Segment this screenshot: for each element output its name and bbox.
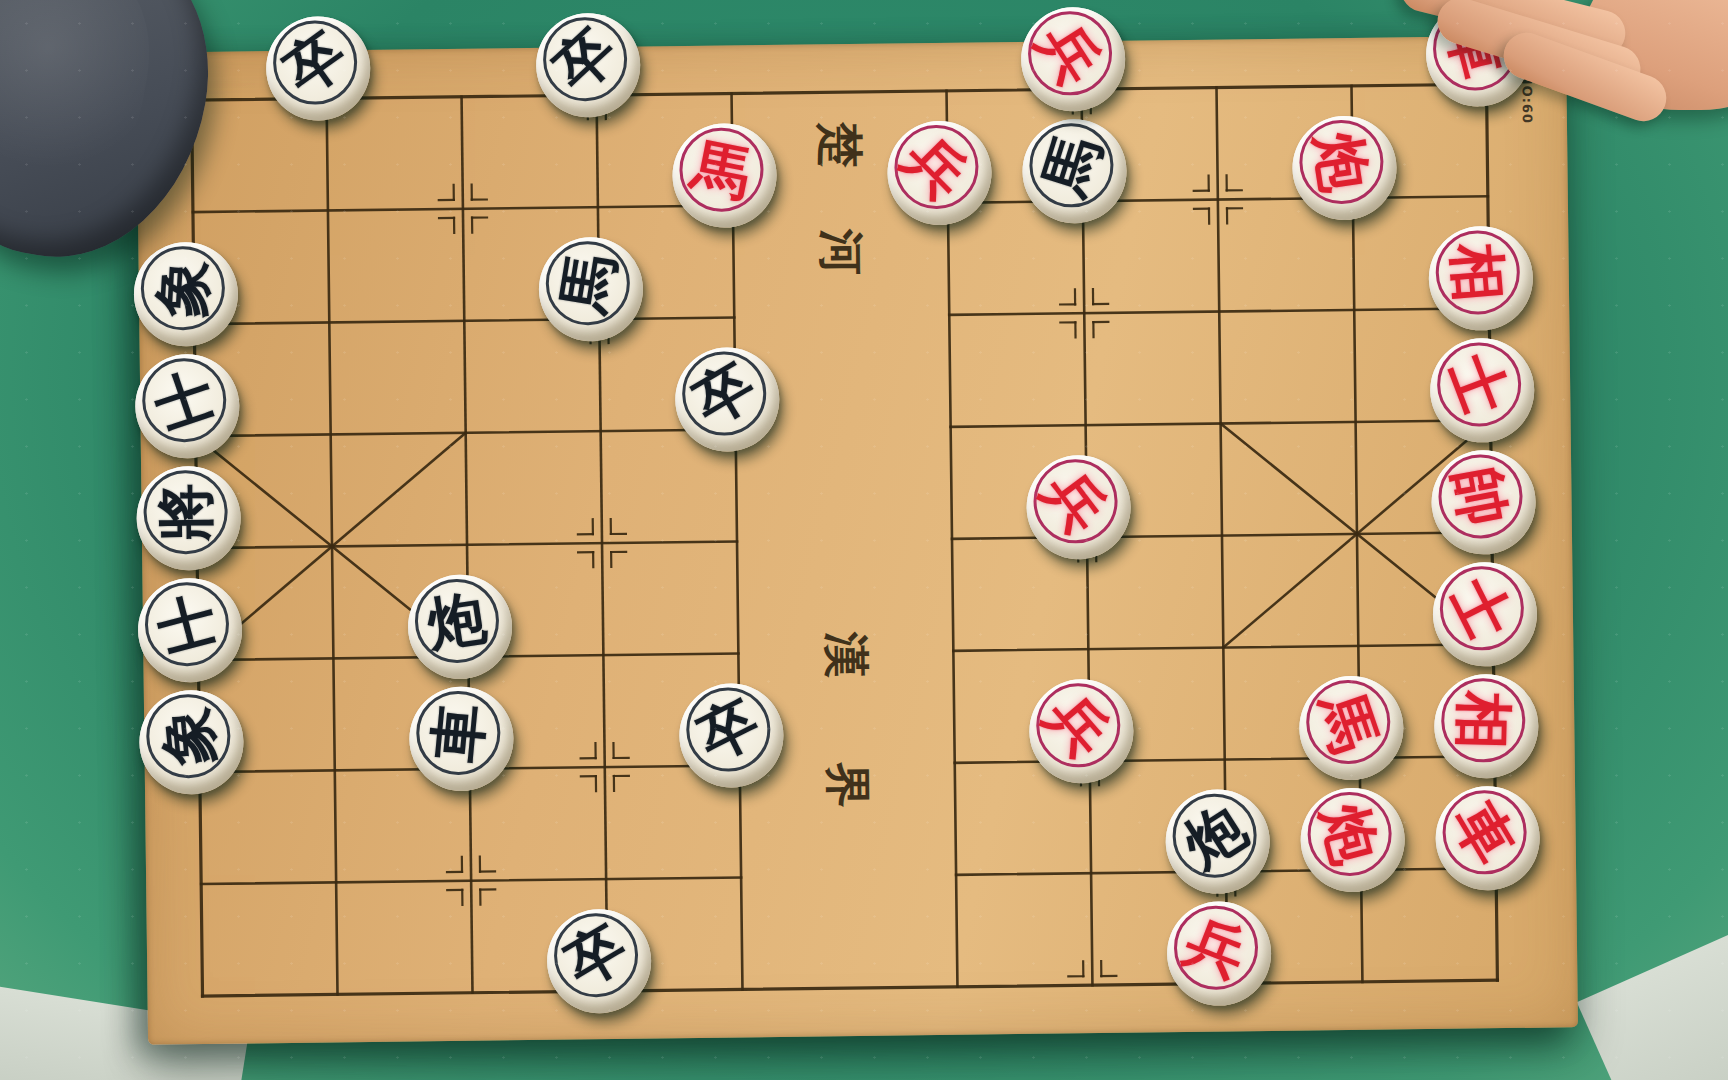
piece-face: 士 xyxy=(142,358,227,443)
piece-character: 車 xyxy=(427,701,490,764)
piece-character: 卒 xyxy=(275,22,356,103)
piece-character: 炮 xyxy=(1175,796,1255,876)
piece-character: 相 xyxy=(1446,241,1509,304)
piece-character: 卒 xyxy=(544,18,626,100)
river-character: 漢 xyxy=(823,625,870,686)
piece-character: 馬 xyxy=(1035,129,1108,202)
piece-face: 車 xyxy=(416,690,501,775)
piece-face: 兵 xyxy=(894,124,979,209)
table-edge-bottom-right xyxy=(1577,913,1728,1080)
piece-character: 士 xyxy=(1443,569,1521,647)
piece-face: 馬 xyxy=(545,241,630,326)
river-character: 楚 xyxy=(816,115,863,176)
piece-face: 卒 xyxy=(543,17,628,102)
piece-character: 將 xyxy=(156,483,215,542)
table-scene: NO:60 楚河漢界卒卒馬象馬士將士卒炮象車卒炮卒兵車炮馬兵相士帥士兵兵馬相炮車… xyxy=(0,0,1728,1080)
piece-face: 馬 xyxy=(1029,123,1114,208)
piece-face: 兵 xyxy=(1033,459,1118,544)
piece-face: 車 xyxy=(1442,790,1527,875)
player-hand-top-right xyxy=(1380,0,1728,150)
piece-face: 將 xyxy=(143,470,228,555)
piece-character: 卒 xyxy=(689,691,767,769)
piece-character: 士 xyxy=(1442,347,1517,422)
piece-character: 卒 xyxy=(684,354,763,433)
piece-character: 馬 xyxy=(1311,685,1385,759)
piece-character: 炮 xyxy=(424,588,490,654)
piece-face: 炮 xyxy=(1307,791,1392,876)
piece-face: 卒 xyxy=(682,351,767,436)
piece-character: 馬 xyxy=(555,250,622,317)
piece-character: 帥 xyxy=(1447,462,1515,530)
piece-face: 士 xyxy=(144,582,229,667)
piece-face: 炮 xyxy=(1172,793,1257,878)
piece-face: 士 xyxy=(1439,566,1524,651)
piece-character: 相 xyxy=(1454,691,1513,750)
piece-character: 兵 xyxy=(1037,684,1119,766)
piece-character: 士 xyxy=(152,589,223,660)
piece-character: 兵 xyxy=(1030,13,1110,93)
piece-face: 兵 xyxy=(1028,11,1113,96)
piece-character: 卒 xyxy=(556,915,635,994)
piece-face: 帥 xyxy=(1438,454,1523,539)
piece-character: 炮 xyxy=(1314,799,1385,870)
piece-face: 炮 xyxy=(414,578,499,663)
piece-face: 卒 xyxy=(273,20,358,105)
piece-face: 兵 xyxy=(1036,683,1121,768)
piece-character: 兵 xyxy=(895,126,977,208)
piece-face: 卒 xyxy=(554,913,639,998)
piece-character: 象 xyxy=(152,258,213,319)
piece-face: 象 xyxy=(146,694,231,779)
river-character: 界 xyxy=(824,755,871,816)
piece-character: 炮 xyxy=(1308,129,1374,195)
piece-character: 象 xyxy=(157,704,220,767)
river-character: 河 xyxy=(818,222,865,283)
piece-face: 兵 xyxy=(1173,905,1258,990)
piece-face: 士 xyxy=(1437,342,1522,427)
piece-face: 炮 xyxy=(1299,120,1384,205)
piece-face: 馬 xyxy=(1306,680,1391,765)
piece-face: 相 xyxy=(1435,230,1520,315)
piece-character: 士 xyxy=(147,363,221,437)
piece-character: 兵 xyxy=(1035,461,1116,542)
piece-character: 馬 xyxy=(687,136,755,204)
piece-face: 馬 xyxy=(679,127,764,212)
piece-character: 兵 xyxy=(1178,910,1253,985)
xiangqi-board[interactable]: NO:60 楚河漢界卒卒馬象馬士將士卒炮象車卒炮卒兵車炮馬兵相士帥士兵兵馬相炮車… xyxy=(136,35,1578,1044)
piece-face: 象 xyxy=(140,246,225,331)
piece-character: 車 xyxy=(1445,793,1524,872)
piece-face: 相 xyxy=(1441,678,1526,763)
piece-face: 卒 xyxy=(686,687,771,772)
